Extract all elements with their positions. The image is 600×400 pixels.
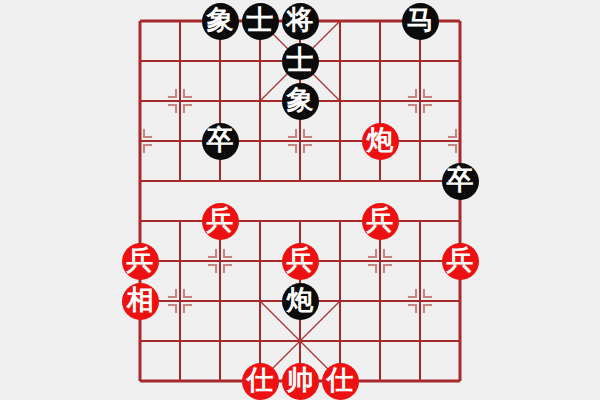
piece-glyph: 将 bbox=[287, 7, 314, 34]
piece-black-advisor[interactable]: 士 bbox=[242, 3, 279, 40]
piece-glyph: 帅 bbox=[287, 367, 314, 394]
piece-glyph: 兵 bbox=[207, 207, 234, 234]
piece-glyph: 兵 bbox=[127, 247, 154, 274]
piece-red-soldier[interactable]: 兵 bbox=[202, 203, 239, 240]
piece-glyph: 象 bbox=[287, 87, 314, 114]
piece-black-horse[interactable]: 马 bbox=[402, 3, 439, 40]
piece-glyph: 卒 bbox=[447, 167, 474, 194]
piece-red-soldier[interactable]: 兵 bbox=[122, 243, 159, 280]
piece-glyph: 炮 bbox=[367, 127, 394, 154]
piece-red-soldier[interactable]: 兵 bbox=[282, 243, 319, 280]
piece-red-advisor[interactable]: 仕 bbox=[322, 363, 359, 400]
piece-red-soldier[interactable]: 兵 bbox=[442, 243, 479, 280]
xiangqi-app: 象士将马士象卒炮卒兵兵兵兵兵相炮仕帅仕 bbox=[0, 0, 600, 400]
piece-glyph: 仕 bbox=[327, 367, 354, 394]
piece-red-soldier[interactable]: 兵 bbox=[362, 203, 399, 240]
piece-black-soldier[interactable]: 卒 bbox=[442, 163, 479, 200]
piece-black-advisor[interactable]: 士 bbox=[282, 43, 319, 80]
piece-red-general[interactable]: 帅 bbox=[282, 363, 319, 400]
piece-red-cannon[interactable]: 炮 bbox=[362, 123, 399, 160]
piece-black-elephant[interactable]: 象 bbox=[202, 3, 239, 40]
piece-glyph: 仕 bbox=[247, 367, 274, 394]
piece-glyph: 兵 bbox=[367, 207, 394, 234]
piece-glyph: 兵 bbox=[447, 247, 474, 274]
piece-black-cannon[interactable]: 炮 bbox=[282, 283, 319, 320]
piece-glyph: 马 bbox=[407, 7, 434, 34]
piece-black-general[interactable]: 将 bbox=[282, 3, 319, 40]
piece-glyph: 象 bbox=[207, 7, 234, 34]
piece-glyph: 士 bbox=[247, 7, 274, 34]
piece-black-soldier[interactable]: 卒 bbox=[202, 123, 239, 160]
piece-glyph: 士 bbox=[287, 47, 314, 74]
piece-glyph: 炮 bbox=[287, 287, 314, 314]
piece-red-elephant[interactable]: 相 bbox=[122, 283, 159, 320]
xiangqi-board[interactable]: 象士将马士象卒炮卒兵兵兵兵兵相炮仕帅仕 bbox=[120, 1, 480, 400]
piece-glyph: 相 bbox=[127, 287, 154, 314]
piece-glyph: 卒 bbox=[207, 127, 234, 154]
piece-black-elephant[interactable]: 象 bbox=[282, 83, 319, 120]
piece-glyph: 兵 bbox=[287, 247, 314, 274]
piece-red-advisor[interactable]: 仕 bbox=[242, 363, 279, 400]
